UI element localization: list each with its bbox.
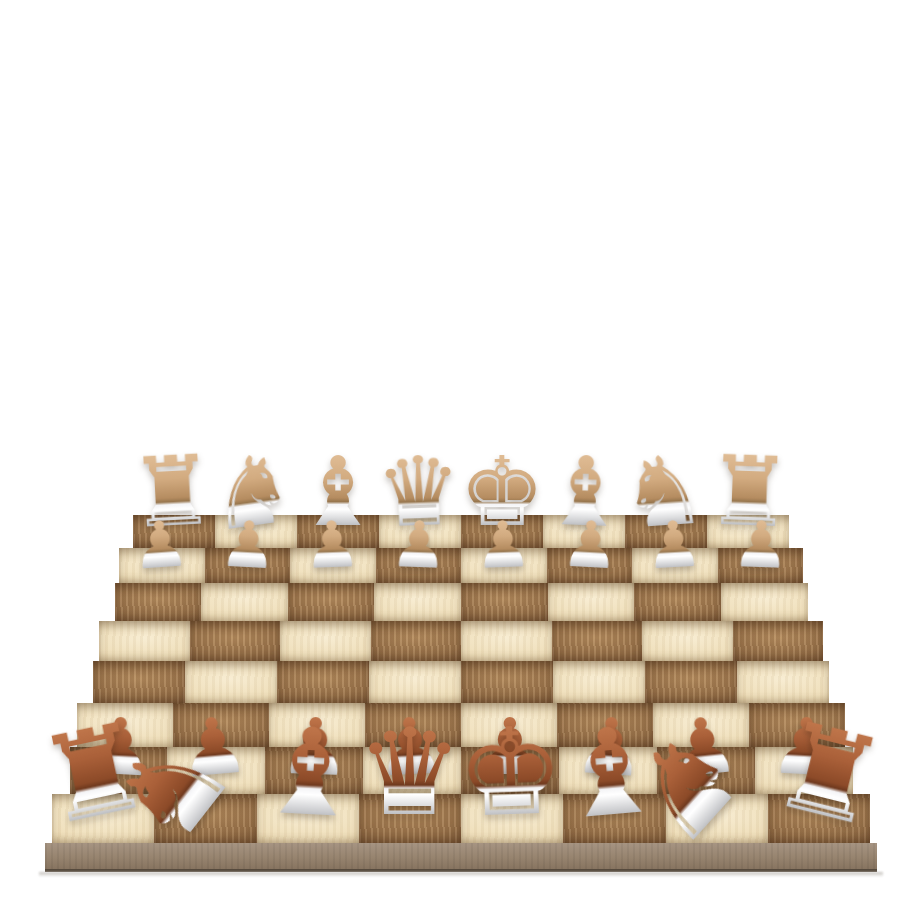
square-r3c4[interactable] (461, 621, 552, 661)
square-r2c2[interactable] (288, 583, 375, 621)
square-r3c2[interactable] (280, 621, 371, 661)
board-row-7: ♜♞♝♛♚♝♞♜ (52, 794, 870, 843)
piece-light-pawn[interactable]: ♟ (302, 512, 362, 578)
square-r4c3[interactable] (369, 661, 461, 703)
square-r3c1[interactable] (190, 621, 281, 661)
square-r2c1[interactable] (201, 583, 288, 621)
square-r4c1[interactable] (185, 661, 277, 703)
board-row-2 (115, 583, 808, 621)
square-r3c5[interactable] (552, 621, 643, 661)
square-r2c0[interactable] (115, 583, 202, 621)
square-r7c6[interactable]: ♞ (666, 794, 768, 843)
piece-light-pawn[interactable]: ♟ (218, 512, 279, 579)
square-r7c4[interactable]: ♚ (461, 794, 563, 843)
square-r7c1[interactable]: ♞ (154, 794, 256, 843)
square-r7c2[interactable]: ♝ (257, 794, 359, 843)
square-r4c6[interactable] (645, 661, 737, 703)
square-r1c1[interactable]: ♟ (205, 548, 291, 583)
square-r1c2[interactable]: ♟ (290, 548, 376, 583)
board-row-3 (99, 621, 823, 661)
piece-dark-queen[interactable]: ♛ (356, 713, 464, 833)
piece-light-pawn[interactable]: ♟ (389, 512, 449, 578)
piece-light-pawn[interactable]: ♟ (643, 512, 704, 579)
piece-light-pawn[interactable]: ♟ (473, 512, 533, 578)
piece-light-pawn[interactable]: ♟ (731, 512, 791, 578)
square-r7c7[interactable]: ♜ (768, 794, 870, 843)
square-r1c5[interactable]: ♟ (547, 548, 633, 583)
square-r3c3[interactable] (371, 621, 462, 661)
square-r3c6[interactable] (642, 621, 733, 661)
square-r4c7[interactable] (737, 661, 829, 703)
wobble-chess-scene: ♜♞♝♛♚♝♞♜♟♟♟♟♟♟♟♟♟♟♟♟♟♟♟♟♜♞♝♛♚♝♞♜ (0, 0, 922, 922)
square-r2c5[interactable] (548, 583, 635, 621)
piece-light-pawn[interactable]: ♟ (560, 512, 621, 579)
square-r3c0[interactable] (99, 621, 190, 661)
square-r4c5[interactable] (553, 661, 645, 703)
square-r2c3[interactable] (374, 583, 461, 621)
square-r1c6[interactable]: ♟ (632, 548, 718, 583)
square-r4c2[interactable] (277, 661, 369, 703)
square-r2c4[interactable] (461, 583, 548, 621)
square-r2c7[interactable] (721, 583, 808, 621)
square-r4c4[interactable] (461, 661, 553, 703)
square-r1c3[interactable]: ♟ (376, 548, 462, 583)
board-row-1: ♟♟♟♟♟♟♟♟ (119, 548, 803, 583)
square-r3c7[interactable] (733, 621, 824, 661)
board-row-4 (93, 661, 829, 703)
piece-dark-bishop[interactable]: ♝ (253, 710, 367, 835)
piece-dark-king[interactable]: ♚ (455, 711, 567, 835)
piece-light-pawn[interactable]: ♟ (129, 511, 191, 579)
square-r1c4[interactable]: ♟ (461, 548, 547, 583)
square-r7c3[interactable]: ♛ (359, 794, 461, 843)
square-r2c6[interactable] (634, 583, 721, 621)
square-r1c7[interactable]: ♟ (718, 548, 804, 583)
square-r4c0[interactable] (93, 661, 185, 703)
square-r1c0[interactable]: ♟ (119, 548, 205, 583)
chess-board: ♜♞♝♛♚♝♞♜♟♟♟♟♟♟♟♟♟♟♟♟♟♟♟♟♜♞♝♛♚♝♞♜ (0, 515, 922, 843)
base-shadow (39, 872, 883, 877)
